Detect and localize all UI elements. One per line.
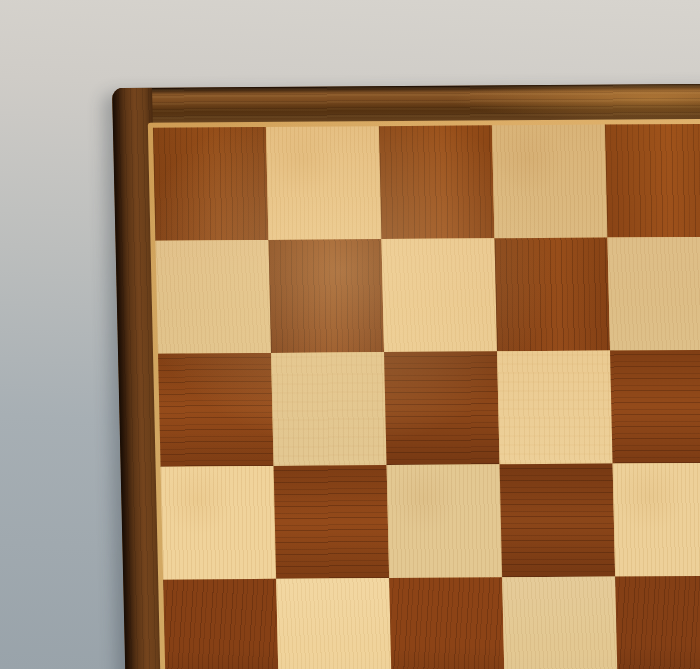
board-square — [266, 126, 382, 240]
board-square — [384, 351, 500, 465]
board-square — [268, 239, 384, 353]
board-square — [158, 353, 274, 467]
board-square — [613, 463, 700, 577]
chess-board — [112, 81, 700, 669]
board-square — [494, 238, 610, 352]
board-square — [161, 466, 277, 580]
board-square — [274, 465, 390, 579]
board-square — [497, 351, 613, 465]
board-square — [153, 127, 269, 241]
board-square — [610, 350, 700, 464]
board-square — [492, 125, 608, 239]
board-square — [502, 576, 618, 669]
board-squares-grid — [153, 121, 700, 669]
board-square — [387, 464, 503, 578]
board-square — [389, 577, 505, 669]
board-square — [615, 576, 700, 669]
maple-inlay-border — [148, 116, 700, 669]
board-square — [271, 352, 387, 466]
board-square — [163, 579, 279, 669]
board-square — [500, 464, 616, 578]
board-square — [381, 238, 497, 352]
board-square — [379, 125, 495, 239]
board-square — [605, 124, 700, 238]
board-square — [607, 237, 700, 351]
board-square — [155, 240, 271, 354]
board-square — [276, 578, 392, 669]
